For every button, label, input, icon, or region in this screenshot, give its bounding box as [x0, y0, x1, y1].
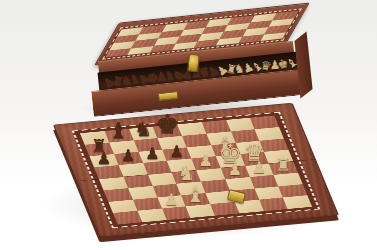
board-cell — [283, 195, 312, 209]
board-cell — [260, 32, 286, 41]
chess-set-photo: ♟♜♞♝♟♚♟♝♞♟♜♛♟ ♟♜♞♟♝♛♟♚♝♟♞♜♟ ♝♞♚♜♟♟♟♟♝♟♚♛… — [0, 0, 377, 250]
storage-box: ♟♜♞♝♟♚♟♝♞♟♜♛♟ ♟♜♞♟♝♛♟♚♝♟♞♜♟ — [92, 6, 314, 118]
brass-latch-plate-icon — [158, 91, 179, 101]
brass-hasp-icon — [187, 53, 200, 72]
open-board-frame — [53, 103, 339, 237]
